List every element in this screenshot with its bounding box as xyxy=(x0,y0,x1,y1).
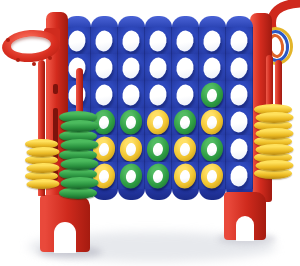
cell-r5c6[interactable] xyxy=(199,135,226,162)
hole xyxy=(94,56,114,79)
cell-r4c7[interactable] xyxy=(226,108,253,135)
hoop-notch xyxy=(6,38,10,42)
yellow-toss-ring xyxy=(26,163,59,174)
yellow-toss-ring xyxy=(26,147,59,158)
cell-r3c3[interactable] xyxy=(118,81,145,108)
hole xyxy=(121,83,141,106)
hole xyxy=(148,83,168,106)
hoop-notch xyxy=(16,58,20,62)
hole xyxy=(229,29,249,52)
green-ring-piece xyxy=(118,107,144,135)
green-toss-ring xyxy=(60,177,98,190)
yellow-ring-piece xyxy=(199,107,225,135)
cell-r1c2[interactable] xyxy=(91,27,118,54)
cell-r1c4[interactable] xyxy=(145,27,172,54)
hole xyxy=(148,29,168,52)
green-ring-piece xyxy=(199,134,225,162)
hole xyxy=(229,137,249,160)
base-leg-right xyxy=(224,192,266,240)
hole xyxy=(229,56,249,79)
cell-r2c2[interactable] xyxy=(91,54,118,81)
board-top-scallop xyxy=(64,16,253,27)
hole xyxy=(202,29,222,52)
leg-arch-cutout xyxy=(236,216,254,241)
scallop-bump xyxy=(226,16,253,27)
hole xyxy=(175,56,195,79)
hole xyxy=(148,56,168,79)
yellow-ring-piece xyxy=(172,134,198,162)
scallop-bump xyxy=(145,16,172,27)
cell-r5c5[interactable] xyxy=(172,135,199,162)
hole xyxy=(121,56,141,79)
cell-r1c3[interactable] xyxy=(118,27,145,54)
hole xyxy=(175,83,195,106)
leg-arch-cutout xyxy=(54,222,76,253)
green-toss-ring xyxy=(60,120,98,133)
scallop-bump xyxy=(145,189,172,200)
green-ring-piece xyxy=(145,161,171,189)
hole xyxy=(67,29,87,52)
yellow-ring-piece xyxy=(172,161,198,189)
cell-r1c1[interactable] xyxy=(64,27,91,54)
cell-r1c5[interactable] xyxy=(172,27,199,54)
cell-r3c2[interactable] xyxy=(91,81,118,108)
yellow-ring-piece xyxy=(145,107,171,135)
scallop-bump xyxy=(118,16,145,27)
cell-r1c6[interactable] xyxy=(199,27,226,54)
hole xyxy=(94,29,114,52)
green-ring-piece xyxy=(172,107,198,135)
cell-r6c7[interactable] xyxy=(226,162,253,189)
scallop-bump xyxy=(199,189,226,200)
cell-r4c4[interactable] xyxy=(145,108,172,135)
cell-r2c6[interactable] xyxy=(199,54,226,81)
cell-r5c3[interactable] xyxy=(118,135,145,162)
cell-r4c3[interactable] xyxy=(118,108,145,135)
scallop-bump xyxy=(91,16,118,27)
hoop-notch xyxy=(48,56,52,60)
hole xyxy=(121,29,141,52)
green-ring-piece xyxy=(199,80,225,108)
cell-r2c3[interactable] xyxy=(118,54,145,81)
green-ring-piece xyxy=(145,134,171,162)
hole xyxy=(175,29,195,52)
yellow-ring-stack-right xyxy=(254,107,292,179)
yellow-ring-piece xyxy=(118,134,144,162)
hoop-notch xyxy=(32,62,36,66)
cell-r4c6[interactable] xyxy=(199,108,226,135)
cell-r4c5[interactable] xyxy=(172,108,199,135)
cell-r2c7[interactable] xyxy=(226,54,253,81)
basketball-hoop xyxy=(2,26,64,66)
post-slot xyxy=(53,84,58,94)
hole xyxy=(229,164,249,187)
cell-r1c7[interactable] xyxy=(226,27,253,54)
cell-r6c3[interactable] xyxy=(118,162,145,189)
hole xyxy=(202,56,222,79)
hole xyxy=(94,83,114,106)
hole xyxy=(229,83,249,106)
yellow-toss-ring xyxy=(26,179,59,190)
base-leg-left xyxy=(40,195,90,252)
product-photo xyxy=(0,0,300,266)
cell-r3c6[interactable] xyxy=(199,81,226,108)
cell-r6c4[interactable] xyxy=(145,162,172,189)
yellow-ring-stack-left xyxy=(25,141,58,189)
cell-r2c5[interactable] xyxy=(172,54,199,81)
cell-r5c4[interactable] xyxy=(145,135,172,162)
green-toss-ring xyxy=(60,139,98,152)
cell-r3c4[interactable] xyxy=(145,81,172,108)
green-toss-ring xyxy=(60,158,98,171)
scallop-bump xyxy=(172,16,199,27)
hole xyxy=(229,110,249,133)
cell-r5c7[interactable] xyxy=(226,135,253,162)
hoop-rim xyxy=(1,28,61,64)
cell-r3c5[interactable] xyxy=(172,81,199,108)
green-ring-stack xyxy=(59,113,97,199)
cell-r6c6[interactable] xyxy=(199,162,226,189)
cell-r6c5[interactable] xyxy=(172,162,199,189)
cell-r3c7[interactable] xyxy=(226,81,253,108)
yellow-ring-piece xyxy=(199,161,225,189)
scallop-bump xyxy=(172,189,199,200)
scallop-bump xyxy=(64,16,91,27)
green-ring-piece xyxy=(118,161,144,189)
scallop-bump xyxy=(199,16,226,27)
scallop-bump xyxy=(118,189,145,200)
cell-r2c4[interactable] xyxy=(145,54,172,81)
